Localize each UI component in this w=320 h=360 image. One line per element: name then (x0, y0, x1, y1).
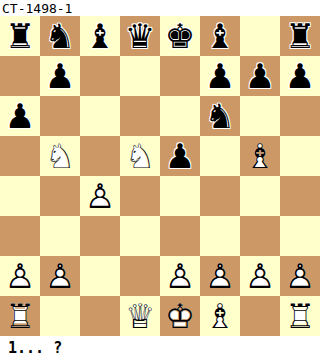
piece-black-queen: ♛ (120, 16, 160, 56)
puzzle-window: CT-1498-1 ♜♞♝♛♚♝♜♟♟♟♟♟♞♞♘♞♘♟♝♗♟♙♟♙♟♙♟♙♟♙… (0, 0, 320, 360)
square-e6[interactable] (160, 96, 200, 136)
square-c4[interactable]: ♟♙ (80, 176, 120, 216)
square-a3[interactable] (0, 216, 40, 256)
piece-glyph: ♟ (280, 56, 320, 96)
square-b4[interactable] (40, 176, 80, 216)
square-e5[interactable]: ♟ (160, 136, 200, 176)
piece-white-king: ♚♔ (160, 296, 200, 336)
square-h7[interactable]: ♟ (280, 56, 320, 96)
square-d3[interactable] (120, 216, 160, 256)
piece-black-rook: ♜ (280, 16, 320, 56)
square-f1[interactable]: ♝♗ (200, 296, 240, 336)
piece-white-pawn: ♟♙ (200, 256, 240, 296)
square-b8[interactable]: ♞ (40, 16, 80, 56)
chess-board: ♜♞♝♛♚♝♜♟♟♟♟♟♞♞♘♞♘♟♝♗♟♙♟♙♟♙♟♙♟♙♟♙♟♙♜♖♛♕♚♔… (0, 16, 320, 336)
square-f5[interactable] (200, 136, 240, 176)
square-c7[interactable] (80, 56, 120, 96)
move-prompt: 1... ? (8, 339, 62, 357)
square-a7[interactable] (0, 56, 40, 96)
piece-white-pawn: ♟♙ (240, 256, 280, 296)
square-c8[interactable]: ♝ (80, 16, 120, 56)
piece-glyph-outline: ♗ (200, 296, 240, 336)
piece-black-pawn: ♟ (0, 96, 40, 136)
piece-glyph: ♟ (40, 56, 80, 96)
square-h6[interactable] (280, 96, 320, 136)
piece-black-bishop: ♝ (200, 16, 240, 56)
square-g4[interactable] (240, 176, 280, 216)
square-a5[interactable] (0, 136, 40, 176)
square-f2[interactable]: ♟♙ (200, 256, 240, 296)
piece-glyph-outline: ♖ (0, 296, 40, 336)
piece-glyph: ♚ (160, 16, 200, 56)
square-a6[interactable]: ♟ (0, 96, 40, 136)
piece-glyph-outline: ♙ (280, 256, 320, 296)
piece-white-pawn: ♟♙ (40, 256, 80, 296)
piece-glyph-outline: ♖ (280, 296, 320, 336)
square-g3[interactable] (240, 216, 280, 256)
square-f7[interactable]: ♟ (200, 56, 240, 96)
square-d2[interactable] (120, 256, 160, 296)
square-c6[interactable] (80, 96, 120, 136)
piece-white-queen: ♛♕ (120, 296, 160, 336)
square-f6[interactable]: ♞ (200, 96, 240, 136)
piece-glyph: ♟ (200, 56, 240, 96)
piece-black-knight: ♞ (40, 16, 80, 56)
piece-white-rook: ♜♖ (280, 296, 320, 336)
piece-glyph: ♝ (200, 16, 240, 56)
square-h2[interactable]: ♟♙ (280, 256, 320, 296)
square-b1[interactable] (40, 296, 80, 336)
square-g7[interactable]: ♟ (240, 56, 280, 96)
piece-glyph-outline: ♕ (120, 296, 160, 336)
piece-glyph: ♝ (80, 16, 120, 56)
square-b6[interactable] (40, 96, 80, 136)
piece-glyph: ♟ (240, 56, 280, 96)
piece-black-pawn: ♟ (40, 56, 80, 96)
square-f3[interactable] (200, 216, 240, 256)
piece-glyph-outline: ♙ (240, 256, 280, 296)
square-c5[interactable] (80, 136, 120, 176)
piece-black-bishop: ♝ (80, 16, 120, 56)
square-b7[interactable]: ♟ (40, 56, 80, 96)
square-b5[interactable]: ♞♘ (40, 136, 80, 176)
square-d7[interactable] (120, 56, 160, 96)
piece-black-pawn: ♟ (200, 56, 240, 96)
square-a4[interactable] (0, 176, 40, 216)
square-g8[interactable] (240, 16, 280, 56)
square-d1[interactable]: ♛♕ (120, 296, 160, 336)
piece-white-bishop: ♝♗ (240, 136, 280, 176)
square-c3[interactable] (80, 216, 120, 256)
piece-glyph-outline: ♘ (40, 136, 80, 176)
square-e8[interactable]: ♚ (160, 16, 200, 56)
piece-white-pawn: ♟♙ (80, 176, 120, 216)
square-h3[interactable] (280, 216, 320, 256)
piece-glyph: ♟ (0, 96, 40, 136)
piece-white-pawn: ♟♙ (0, 256, 40, 296)
piece-glyph-outline: ♔ (160, 296, 200, 336)
piece-black-king: ♚ (160, 16, 200, 56)
title-bar: CT-1498-1 (0, 0, 320, 16)
piece-glyph-outline: ♙ (160, 256, 200, 296)
piece-glyph-outline: ♗ (240, 136, 280, 176)
piece-glyph: ♞ (40, 16, 80, 56)
piece-white-pawn: ♟♙ (280, 256, 320, 296)
piece-white-knight: ♞♘ (40, 136, 80, 176)
square-g1[interactable] (240, 296, 280, 336)
piece-white-bishop: ♝♗ (200, 296, 240, 336)
square-a1[interactable]: ♜♖ (0, 296, 40, 336)
piece-glyph: ♛ (120, 16, 160, 56)
square-f4[interactable] (200, 176, 240, 216)
piece-black-pawn: ♟ (280, 56, 320, 96)
square-h1[interactable]: ♜♖ (280, 296, 320, 336)
square-g2[interactable]: ♟♙ (240, 256, 280, 296)
piece-glyph-outline: ♙ (200, 256, 240, 296)
square-g5[interactable]: ♝♗ (240, 136, 280, 176)
piece-black-pawn: ♟ (160, 136, 200, 176)
square-c2[interactable] (80, 256, 120, 296)
piece-glyph-outline: ♙ (40, 256, 80, 296)
square-d8[interactable]: ♛ (120, 16, 160, 56)
square-g6[interactable] (240, 96, 280, 136)
square-d4[interactable] (120, 176, 160, 216)
piece-glyph-outline: ♙ (80, 176, 120, 216)
piece-glyph-outline: ♙ (0, 256, 40, 296)
square-h8[interactable]: ♜ (280, 16, 320, 56)
piece-white-pawn: ♟♙ (160, 256, 200, 296)
square-b2[interactable]: ♟♙ (40, 256, 80, 296)
square-d5[interactable]: ♞♘ (120, 136, 160, 176)
square-c1[interactable] (80, 296, 120, 336)
square-e2[interactable]: ♟♙ (160, 256, 200, 296)
puzzle-id: CT-1498-1 (2, 1, 72, 16)
square-h5[interactable] (280, 136, 320, 176)
square-h4[interactable] (280, 176, 320, 216)
square-d6[interactable] (120, 96, 160, 136)
square-b3[interactable] (40, 216, 80, 256)
piece-glyph: ♞ (200, 96, 240, 136)
square-e1[interactable]: ♚♔ (160, 296, 200, 336)
piece-glyph: ♟ (160, 136, 200, 176)
piece-glyph: ♜ (280, 16, 320, 56)
caption-bar: 1... ? (0, 336, 320, 360)
piece-black-knight: ♞ (200, 96, 240, 136)
square-a8[interactable]: ♜ (0, 16, 40, 56)
piece-glyph: ♜ (0, 16, 40, 56)
piece-white-rook: ♜♖ (0, 296, 40, 336)
square-a2[interactable]: ♟♙ (0, 256, 40, 296)
square-e4[interactable] (160, 176, 200, 216)
square-e3[interactable] (160, 216, 200, 256)
piece-black-rook: ♜ (0, 16, 40, 56)
square-e7[interactable] (160, 56, 200, 96)
piece-glyph-outline: ♘ (120, 136, 160, 176)
piece-white-knight: ♞♘ (120, 136, 160, 176)
piece-black-pawn: ♟ (240, 56, 280, 96)
square-f8[interactable]: ♝ (200, 16, 240, 56)
